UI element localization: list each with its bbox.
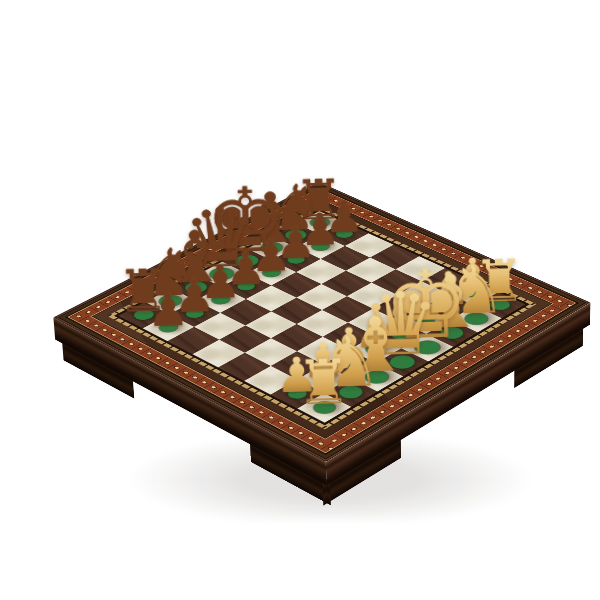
piece-wR-a1[interactable]: ♜	[258, 287, 388, 409]
chess-board: ♜♞♟♝♟♚♟♛♟♝♟♞♟♟♜♟♟♜♟♟♞♟♝♟♚♟♛♟♝♟♞♜	[53, 182, 590, 462]
piece-bP-a7[interactable]: ♟	[105, 213, 229, 329]
chess-set-photo-scene: ♜♞♟♝♟♚♟♛♟♝♟♞♟♟♜♟♟♜♟♟♞♟♝♟♚♟♛♟♝♟♞♜	[0, 0, 600, 600]
white-r-glyph: ♜	[295, 351, 352, 414]
pieces-layer: ♜♞♟♝♟♚♟♛♟♝♟♞♟♟♜♟♟♜♟♟♞♟♝♟♚♟♛♟♝♟♞♜	[53, 182, 590, 462]
black-p-glyph: ♟	[146, 286, 189, 334]
